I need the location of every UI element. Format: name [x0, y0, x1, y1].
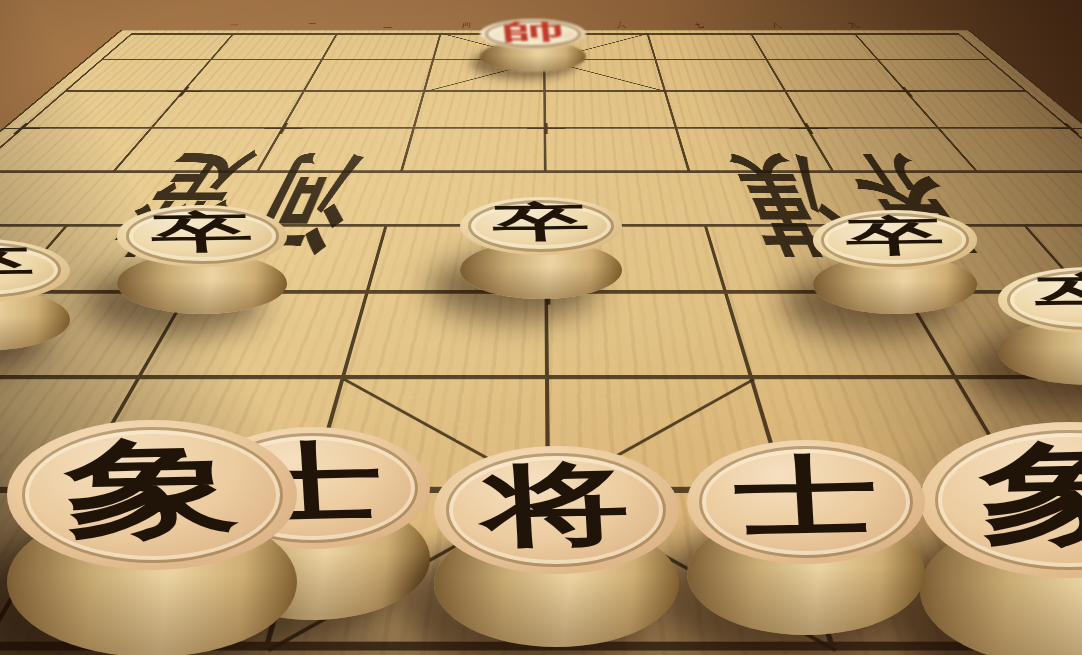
piece-character: 卒	[0, 243, 36, 289]
piece-character: 卒	[844, 215, 946, 258]
piece-face: 将	[434, 446, 679, 573]
xiangqi-photo-scene: 一二三四五六七八九 楚 河 漢 界 帥卒卒卒卒卒象士将士象	[0, 0, 1082, 655]
piece-black-advisor-f10[interactable]: 士	[687, 440, 925, 635]
piece-character: 卒	[149, 210, 254, 254]
piece-character: 将	[480, 458, 632, 551]
piece-character: 象	[977, 436, 1082, 550]
piece-face: 士	[687, 440, 925, 564]
piece-face: 帥	[480, 19, 586, 50]
piece-face: 象	[7, 420, 297, 571]
piece-face: 卒	[813, 210, 977, 269]
piece-black-soldier-e7[interactable]: 卒	[460, 197, 622, 299]
piece-black-general-e10[interactable]: 将	[434, 446, 679, 647]
piece-face: 卒	[460, 197, 622, 255]
piece-character: 卒	[491, 201, 592, 243]
piece-face: 卒	[117, 205, 287, 266]
piece-black-soldier-i7[interactable]: 卒	[998, 267, 1082, 385]
piece-red-general-e1[interactable]: 帥	[480, 19, 586, 72]
piece-face: 卒	[998, 267, 1082, 334]
piece-face: 卒	[0, 239, 70, 302]
piece-character: 帥	[500, 20, 566, 42]
pieces-layer: 帥卒卒卒卒卒象士将士象	[0, 0, 1082, 655]
piece-black-soldier-g7[interactable]: 卒	[813, 210, 977, 313]
piece-black-soldier-a7[interactable]: 卒	[0, 239, 70, 351]
piece-black-soldier-c7[interactable]: 卒	[117, 205, 287, 314]
piece-character: 象	[62, 433, 242, 543]
piece-black-elephant-g10[interactable]: 象	[920, 422, 1082, 655]
piece-black-elephant-c10[interactable]: 象	[7, 420, 297, 655]
piece-character: 士	[732, 451, 880, 541]
piece-character: 卒	[1033, 271, 1082, 319]
